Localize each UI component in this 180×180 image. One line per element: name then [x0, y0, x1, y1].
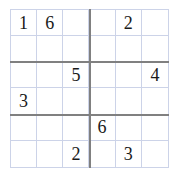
cell-r2c1[interactable]: [11, 36, 37, 62]
cell-r3c2[interactable]: [37, 62, 63, 88]
cell-r1c1[interactable]: 1: [11, 10, 37, 36]
sudoku-board: 162543623: [10, 9, 169, 168]
cell-r6c1[interactable]: [11, 141, 37, 167]
cell-r3c5[interactable]: [116, 62, 142, 88]
cell-r4c6[interactable]: [142, 88, 168, 114]
cell-r1c3[interactable]: [63, 10, 89, 36]
cell-r6c5[interactable]: 3: [116, 141, 142, 167]
cell-r6c4[interactable]: [89, 141, 115, 167]
cell-r5c3[interactable]: [63, 115, 89, 141]
cell-r1c4[interactable]: [89, 10, 115, 36]
cell-r4c3[interactable]: [63, 88, 89, 114]
cell-r5c2[interactable]: [37, 115, 63, 141]
cell-r6c6[interactable]: [142, 141, 168, 167]
cell-r1c5[interactable]: 2: [116, 10, 142, 36]
cell-r5c6[interactable]: [142, 115, 168, 141]
cell-r3c1[interactable]: [11, 62, 37, 88]
cell-r1c6[interactable]: [142, 10, 168, 36]
cell-r3c4[interactable]: [89, 62, 115, 88]
cell-r5c5[interactable]: [116, 115, 142, 141]
cell-r2c2[interactable]: [37, 36, 63, 62]
page-background: 162543623: [0, 0, 180, 180]
cell-r5c1[interactable]: [11, 115, 37, 141]
cell-r2c5[interactable]: [116, 36, 142, 62]
cell-r5c4[interactable]: 6: [89, 115, 115, 141]
cell-r6c3[interactable]: 2: [63, 141, 89, 167]
cell-r2c4[interactable]: [89, 36, 115, 62]
cell-r1c2[interactable]: 6: [37, 10, 63, 36]
cell-r4c4[interactable]: [89, 88, 115, 114]
cell-r4c2[interactable]: [37, 88, 63, 114]
cell-r6c2[interactable]: [37, 141, 63, 167]
cell-r2c6[interactable]: [142, 36, 168, 62]
cell-r4c1[interactable]: 3: [11, 88, 37, 114]
cell-r3c6[interactable]: 4: [142, 62, 168, 88]
cell-r2c3[interactable]: [63, 36, 89, 62]
cell-r4c5[interactable]: [116, 88, 142, 114]
cell-r3c3[interactable]: 5: [63, 62, 89, 88]
